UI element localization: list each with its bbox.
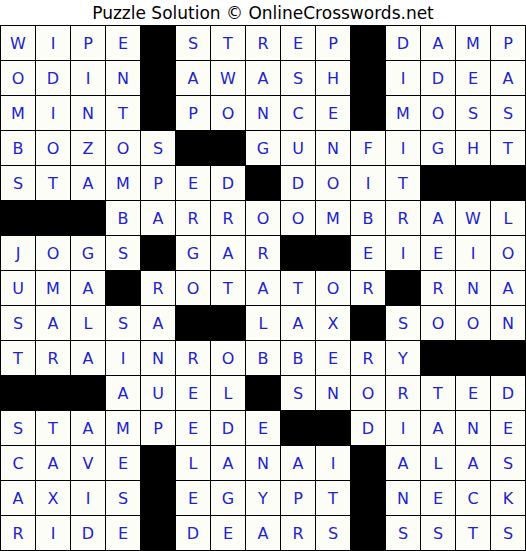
letter-cell: P	[176, 96, 210, 130]
letter-cell: K	[491, 481, 525, 515]
letter-cell: D	[281, 166, 315, 200]
letter-cell: A	[71, 166, 105, 200]
letter-cell: L	[491, 201, 525, 235]
letter-cell: S	[421, 516, 455, 550]
letter-cell: N	[71, 96, 105, 130]
letter-cell: D	[36, 61, 70, 95]
letter-cell: N	[456, 271, 490, 305]
black-cell	[141, 96, 175, 130]
letter-cell: X	[36, 481, 70, 515]
letter-cell: J	[1, 236, 35, 270]
letter-cell: L	[176, 446, 210, 480]
letter-cell: E	[456, 376, 490, 410]
letter-cell: E	[316, 341, 350, 375]
letter-cell: S	[106, 306, 140, 340]
letter-cell: G	[246, 131, 280, 165]
black-cell	[281, 411, 315, 445]
black-cell	[141, 236, 175, 270]
letter-cell: O	[351, 376, 385, 410]
letter-cell: R	[351, 271, 385, 305]
black-cell	[71, 201, 105, 235]
letter-cell: O	[421, 306, 455, 340]
letter-cell: M	[106, 411, 140, 445]
letter-cell: U	[1, 271, 35, 305]
black-cell	[421, 341, 455, 375]
letter-cell: P	[316, 26, 350, 60]
letter-cell: R	[141, 271, 175, 305]
letter-cell: X	[316, 306, 350, 340]
black-cell	[176, 131, 210, 165]
black-cell	[351, 306, 385, 340]
letter-cell: S	[1, 166, 35, 200]
black-cell	[281, 236, 315, 270]
letter-cell: B	[106, 201, 140, 235]
letter-cell: I	[71, 61, 105, 95]
letter-cell: B	[246, 341, 280, 375]
letter-cell: S	[176, 26, 210, 60]
letter-cell: H	[316, 61, 350, 95]
letter-cell: A	[491, 271, 525, 305]
letter-cell: D	[71, 516, 105, 550]
letter-cell: A	[36, 446, 70, 480]
letter-cell: N	[316, 376, 350, 410]
letter-cell: E	[246, 411, 280, 445]
letter-cell: N	[106, 61, 140, 95]
letter-cell: U	[281, 131, 315, 165]
letter-cell: L	[246, 306, 280, 340]
black-cell	[456, 166, 490, 200]
letter-cell: E	[106, 516, 140, 550]
letter-cell: S	[141, 131, 175, 165]
black-cell	[351, 481, 385, 515]
letter-cell: A	[386, 446, 420, 480]
black-cell	[351, 516, 385, 550]
letter-cell: N	[246, 96, 280, 130]
black-cell	[1, 376, 35, 410]
letter-cell: I	[351, 166, 385, 200]
black-cell	[141, 481, 175, 515]
letter-cell: O	[491, 236, 525, 270]
letter-cell: A	[71, 271, 105, 305]
letter-cell: A	[421, 201, 455, 235]
letter-cell: I	[386, 411, 420, 445]
letter-cell: O	[316, 271, 350, 305]
letter-cell: O	[456, 306, 490, 340]
letter-cell: W	[1, 26, 35, 60]
black-cell	[246, 376, 280, 410]
black-cell	[141, 446, 175, 480]
black-cell	[141, 516, 175, 550]
letter-cell: S	[491, 516, 525, 550]
letter-cell: B	[351, 201, 385, 235]
letter-cell: M	[316, 201, 350, 235]
letter-cell: S	[1, 411, 35, 445]
letter-cell: S	[1, 306, 35, 340]
letter-cell: H	[456, 131, 490, 165]
letter-cell: E	[281, 26, 315, 60]
letter-cell: S	[491, 96, 525, 130]
crossword-solution-page: Puzzle Solution © OnlineCrosswords.net W…	[0, 0, 526, 551]
crossword-grid: WIPESTREPDAMPODINAWASHIDEAMINTPONCEMOSSB…	[0, 25, 526, 551]
letter-cell: A	[491, 61, 525, 95]
letter-cell: M	[456, 26, 490, 60]
letter-cell: A	[211, 236, 245, 270]
letter-cell: O	[211, 96, 245, 130]
letter-cell: W	[211, 61, 245, 95]
letter-cell: T	[421, 376, 455, 410]
letter-cell: O	[176, 271, 210, 305]
letter-cell: M	[386, 96, 420, 130]
letter-cell: S	[456, 96, 490, 130]
letter-cell: C	[456, 481, 490, 515]
letter-cell: I	[386, 131, 420, 165]
letter-cell: I	[36, 96, 70, 130]
letter-cell: S	[386, 306, 420, 340]
letter-cell: L	[211, 376, 245, 410]
letter-cell: G	[421, 131, 455, 165]
letter-cell: O	[36, 236, 70, 270]
letter-cell: T	[211, 26, 245, 60]
letter-cell: O	[211, 341, 245, 375]
letter-cell: D	[386, 26, 420, 60]
letter-cell: N	[456, 411, 490, 445]
letter-cell: A	[141, 201, 175, 235]
letter-cell: R	[246, 26, 280, 60]
letter-cell: N	[386, 481, 420, 515]
page-title: Puzzle Solution © OnlineCrosswords.net	[0, 0, 526, 25]
letter-cell: I	[71, 481, 105, 515]
letter-cell: Z	[71, 131, 105, 165]
letter-cell: D	[211, 166, 245, 200]
letter-cell: R	[386, 376, 420, 410]
letter-cell: R	[421, 271, 455, 305]
letter-cell: I	[386, 236, 420, 270]
letter-cell: A	[246, 271, 280, 305]
letter-cell: R	[386, 201, 420, 235]
letter-cell: O	[36, 131, 70, 165]
letter-cell: Y	[386, 341, 420, 375]
letter-cell: N	[246, 446, 280, 480]
letter-cell: A	[246, 61, 280, 95]
black-cell	[1, 201, 35, 235]
letter-cell: I	[106, 341, 140, 375]
letter-cell: D	[421, 61, 455, 95]
letter-cell: R	[281, 516, 315, 550]
letter-cell: T	[211, 271, 245, 305]
letter-cell: A	[176, 61, 210, 95]
black-cell	[351, 446, 385, 480]
letter-cell: A	[36, 306, 70, 340]
letter-cell: A	[456, 446, 490, 480]
letter-cell: S	[106, 481, 140, 515]
letter-cell: T	[386, 166, 420, 200]
black-cell	[106, 271, 140, 305]
letter-cell: D	[351, 411, 385, 445]
letter-cell: R	[246, 236, 280, 270]
black-cell	[491, 166, 525, 200]
letter-cell: O	[316, 166, 350, 200]
letter-cell: E	[316, 96, 350, 130]
letter-cell: G	[176, 236, 210, 270]
letter-cell: T	[281, 271, 315, 305]
black-cell	[316, 411, 350, 445]
letter-cell: W	[456, 201, 490, 235]
black-cell	[211, 131, 245, 165]
letter-cell: E	[421, 236, 455, 270]
letter-cell: A	[281, 446, 315, 480]
letter-cell: Y	[246, 481, 280, 515]
black-cell	[141, 26, 175, 60]
letter-cell: U	[141, 376, 175, 410]
letter-cell: P	[491, 26, 525, 60]
letter-cell: F	[351, 131, 385, 165]
letter-cell: N	[316, 131, 350, 165]
letter-cell: M	[1, 96, 35, 130]
letter-cell: P	[141, 411, 175, 445]
letter-cell: R	[1, 516, 35, 550]
letter-cell: I	[36, 516, 70, 550]
black-cell	[71, 376, 105, 410]
letter-cell: P	[71, 26, 105, 60]
letter-cell: R	[176, 341, 210, 375]
letter-cell: E	[176, 376, 210, 410]
letter-cell: L	[421, 446, 455, 480]
letter-cell: P	[281, 481, 315, 515]
letter-cell: E	[351, 236, 385, 270]
black-cell	[141, 61, 175, 95]
black-cell	[176, 306, 210, 340]
black-cell	[351, 61, 385, 95]
letter-cell: T	[106, 96, 140, 130]
black-cell	[351, 96, 385, 130]
letter-cell: D	[211, 411, 245, 445]
letter-cell: A	[246, 516, 280, 550]
letter-cell: E	[176, 411, 210, 445]
letter-cell: R	[176, 201, 210, 235]
letter-cell: E	[176, 166, 210, 200]
letter-cell: D	[491, 376, 525, 410]
black-cell	[421, 166, 455, 200]
letter-cell: G	[71, 236, 105, 270]
letter-cell: S	[281, 376, 315, 410]
letter-cell: B	[281, 341, 315, 375]
letter-cell: E	[456, 61, 490, 95]
letter-cell: C	[1, 446, 35, 480]
letter-cell: P	[141, 166, 175, 200]
letter-cell: E	[106, 26, 140, 60]
letter-cell: R	[36, 341, 70, 375]
letter-cell: O	[246, 201, 280, 235]
letter-cell: E	[176, 481, 210, 515]
letter-cell: A	[71, 341, 105, 375]
letter-cell: A	[281, 306, 315, 340]
letter-cell: T	[456, 516, 490, 550]
letter-cell: D	[176, 516, 210, 550]
letter-cell: S	[491, 446, 525, 480]
letter-cell: T	[1, 341, 35, 375]
letter-cell: N	[491, 306, 525, 340]
letter-cell: E	[491, 411, 525, 445]
letter-cell: R	[351, 341, 385, 375]
letter-cell: A	[71, 411, 105, 445]
letter-cell: L	[71, 306, 105, 340]
letter-cell: M	[106, 166, 140, 200]
black-cell	[386, 271, 420, 305]
letter-cell: N	[141, 341, 175, 375]
black-cell	[211, 306, 245, 340]
letter-cell: A	[211, 446, 245, 480]
black-cell	[36, 376, 70, 410]
letter-cell: O	[1, 61, 35, 95]
letter-cell: T	[316, 481, 350, 515]
black-cell	[351, 26, 385, 60]
letter-cell: C	[281, 96, 315, 130]
letter-cell: I	[36, 26, 70, 60]
letter-cell: T	[36, 166, 70, 200]
letter-cell: M	[36, 271, 70, 305]
letter-cell: O	[281, 201, 315, 235]
black-cell	[316, 236, 350, 270]
letter-cell: A	[141, 306, 175, 340]
black-cell	[456, 341, 490, 375]
letter-cell: G	[211, 481, 245, 515]
black-cell	[246, 166, 280, 200]
letter-cell: S	[281, 61, 315, 95]
letter-cell: A	[106, 376, 140, 410]
letter-cell: O	[106, 131, 140, 165]
letter-cell: O	[421, 96, 455, 130]
letter-cell: E	[211, 516, 245, 550]
letter-cell: T	[491, 131, 525, 165]
letter-cell: I	[456, 236, 490, 270]
letter-cell: V	[71, 446, 105, 480]
letter-cell: A	[1, 481, 35, 515]
letter-cell: E	[106, 446, 140, 480]
black-cell	[36, 201, 70, 235]
letter-cell: I	[316, 446, 350, 480]
black-cell	[491, 341, 525, 375]
letter-cell: A	[421, 26, 455, 60]
letter-cell: B	[1, 131, 35, 165]
letter-cell: I	[386, 61, 420, 95]
letter-cell: S	[316, 516, 350, 550]
letter-cell: T	[36, 411, 70, 445]
letter-cell: A	[421, 411, 455, 445]
letter-cell: R	[211, 201, 245, 235]
letter-cell: S	[386, 516, 420, 550]
letter-cell: S	[106, 236, 140, 270]
letter-cell: E	[421, 481, 455, 515]
